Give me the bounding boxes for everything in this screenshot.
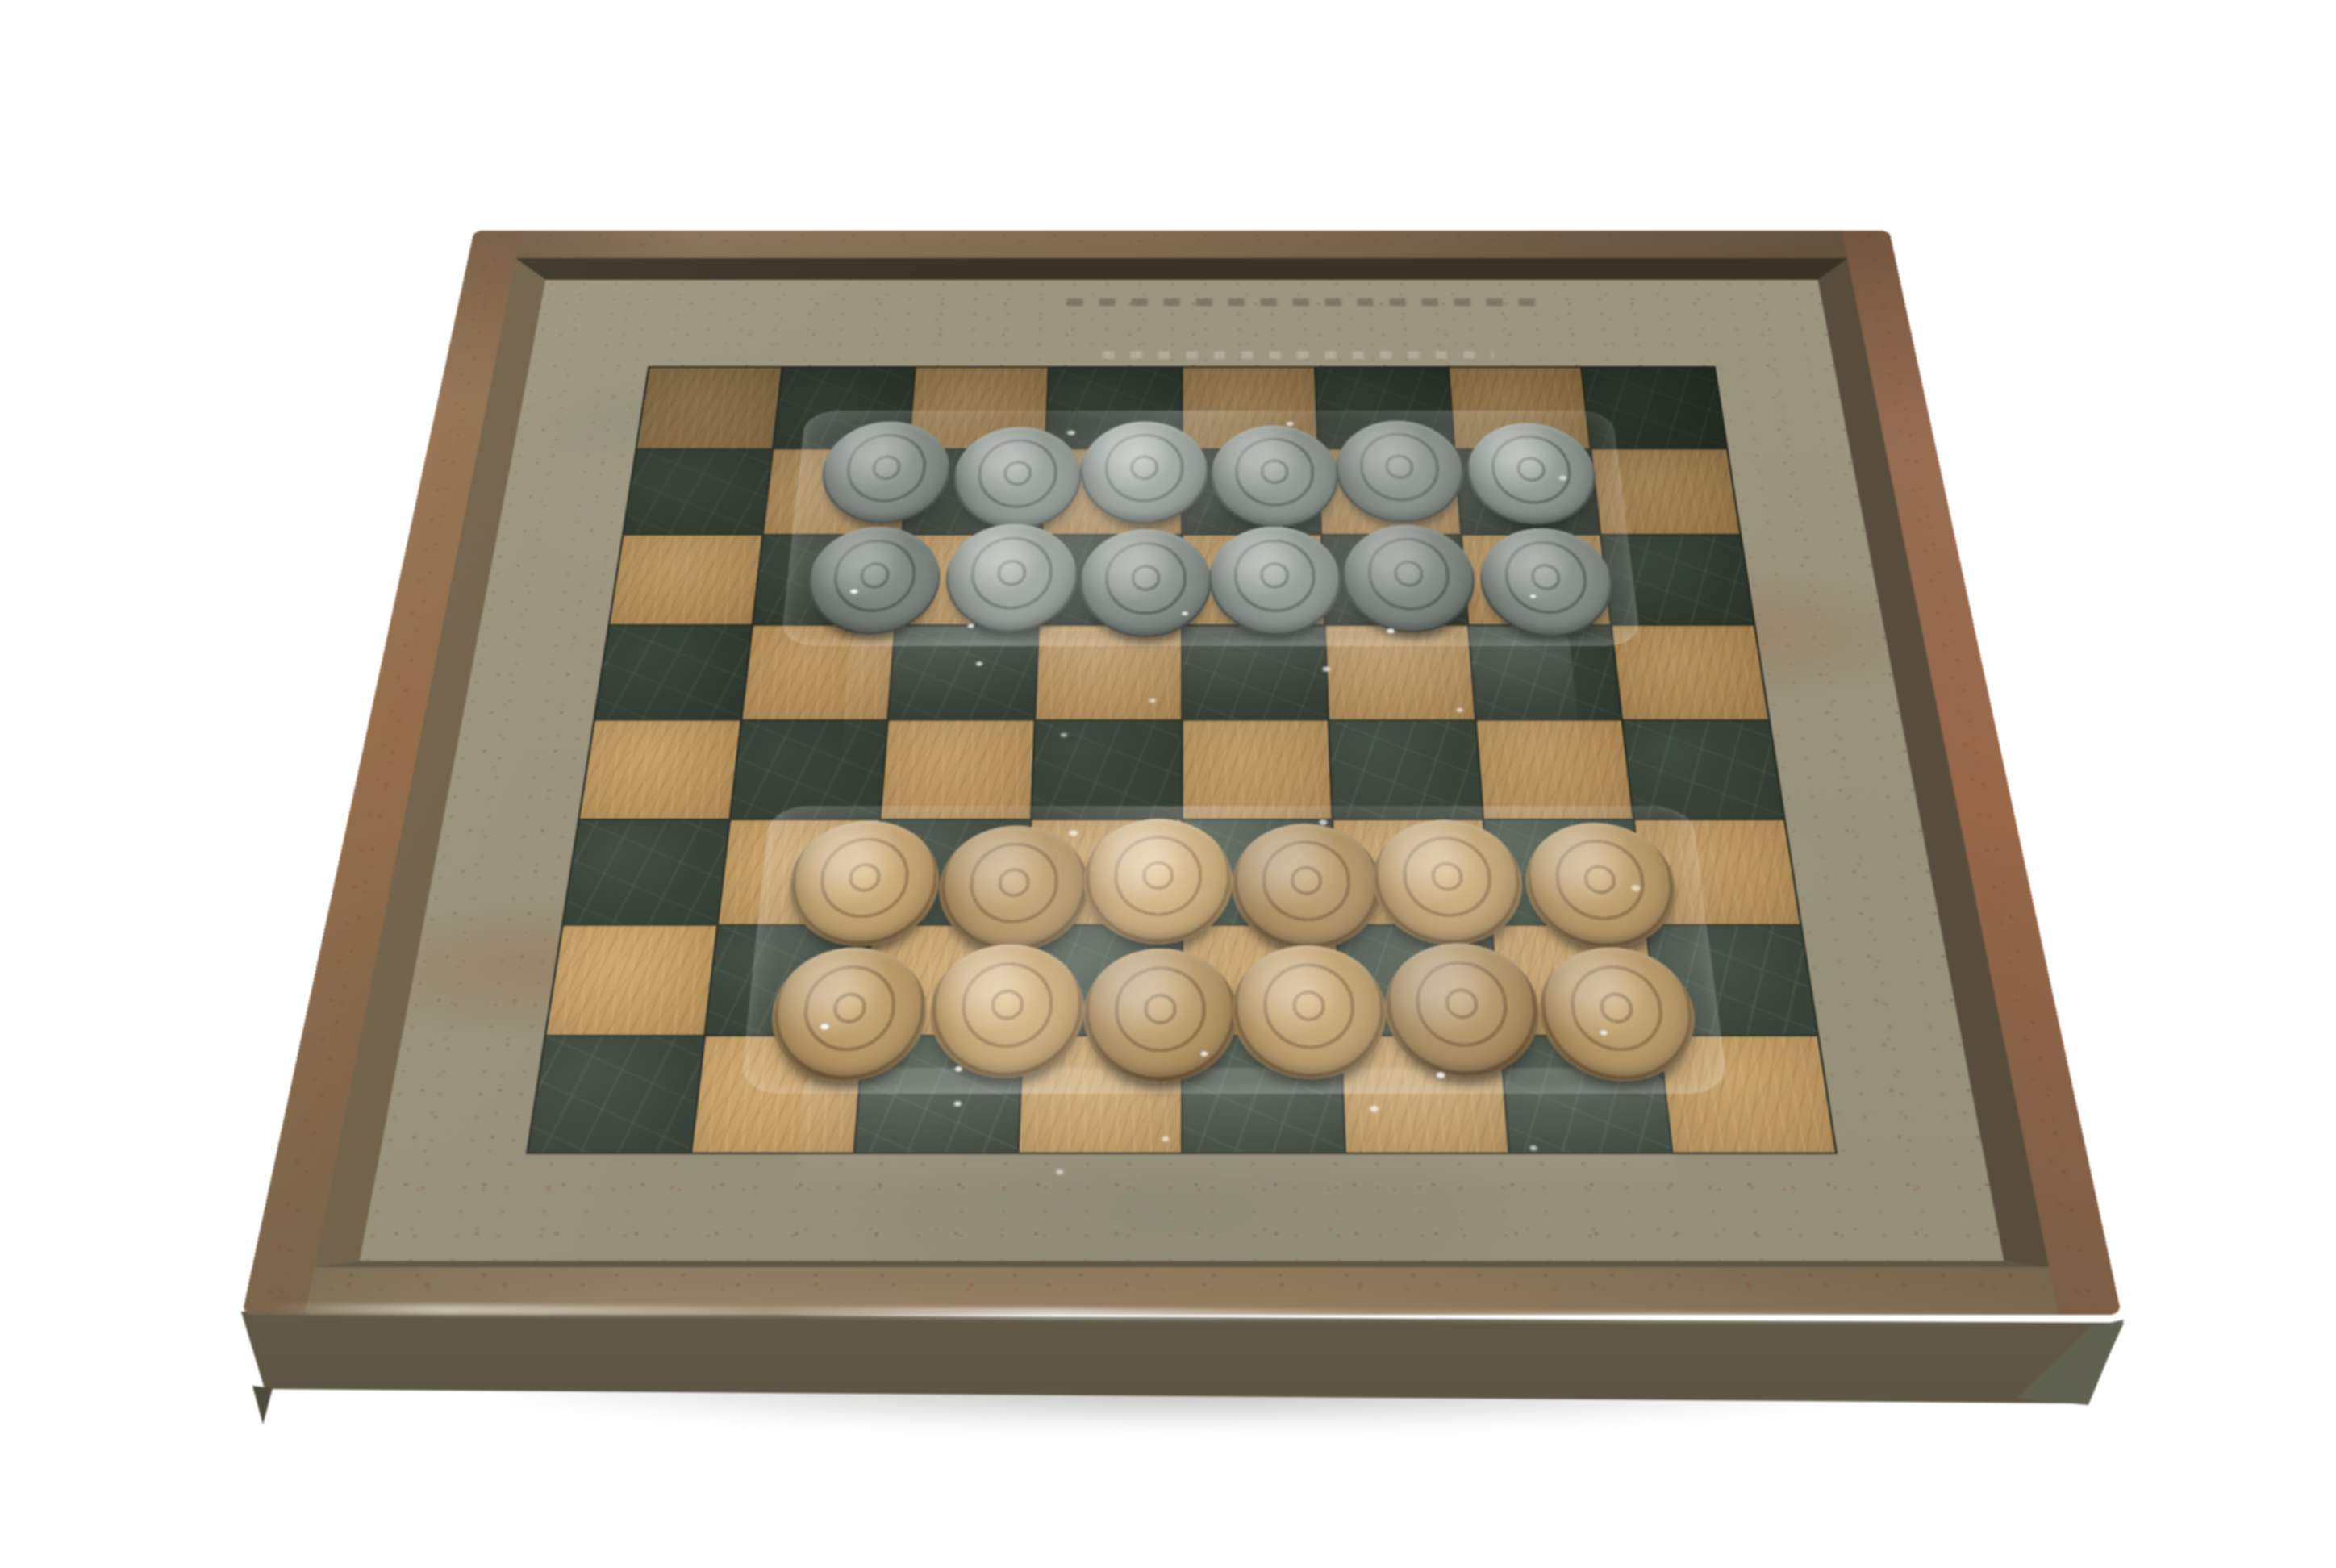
board-square[interactable] bbox=[580, 720, 740, 819]
board-square[interactable] bbox=[1612, 626, 1768, 719]
checkers-board bbox=[242, 231, 2121, 1315]
board-square[interactable] bbox=[742, 626, 894, 719]
board-square[interactable] bbox=[1469, 626, 1621, 719]
board-square[interactable] bbox=[637, 368, 781, 448]
perspective-scene bbox=[0, 0, 2336, 1568]
rim-top bbox=[468, 231, 1895, 258]
board-square[interactable] bbox=[1624, 720, 1783, 819]
board-square[interactable] bbox=[1032, 720, 1181, 819]
board-square[interactable] bbox=[1583, 368, 1726, 448]
board-square[interactable] bbox=[1329, 720, 1482, 819]
board-square[interactable] bbox=[624, 449, 772, 534]
tan-checker-piece[interactable] bbox=[1082, 819, 1234, 945]
board-square[interactable] bbox=[889, 626, 1037, 719]
gray-checker-piece[interactable] bbox=[1078, 529, 1212, 637]
board-square[interactable] bbox=[564, 820, 728, 924]
photo bbox=[0, 0, 2336, 1568]
gray-checker-piece[interactable] bbox=[1079, 422, 1208, 523]
reflection-marks bbox=[1103, 351, 1494, 358]
board-square[interactable] bbox=[1183, 626, 1327, 719]
board-square[interactable] bbox=[1660, 1036, 1835, 1152]
board-square[interactable] bbox=[1036, 626, 1180, 719]
board-square[interactable] bbox=[528, 1036, 703, 1152]
product-photo-stage: Overhead-angle product photograph of a h… bbox=[0, 0, 2336, 1568]
board-square[interactable] bbox=[610, 536, 761, 624]
board-square[interactable] bbox=[882, 720, 1034, 819]
board-square[interactable] bbox=[1183, 720, 1331, 819]
board-square[interactable] bbox=[547, 925, 716, 1035]
board-square[interactable] bbox=[1326, 626, 1475, 719]
board-square[interactable] bbox=[595, 626, 751, 719]
tan-checker-piece[interactable] bbox=[1082, 949, 1238, 1082]
board-square[interactable] bbox=[1592, 449, 1740, 534]
board-square[interactable] bbox=[731, 720, 887, 819]
board-square[interactable] bbox=[1602, 536, 1754, 624]
rim-speckle-texture bbox=[468, 231, 1895, 258]
board-square[interactable] bbox=[1477, 720, 1633, 819]
reflection-marks bbox=[1067, 298, 1539, 306]
